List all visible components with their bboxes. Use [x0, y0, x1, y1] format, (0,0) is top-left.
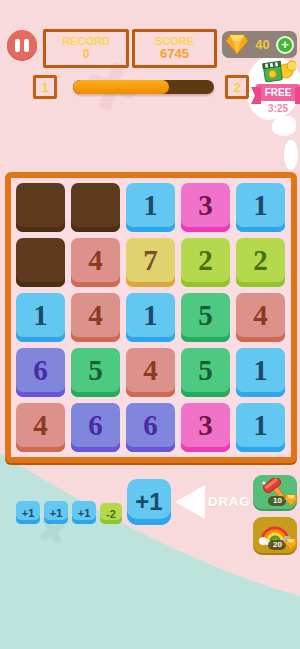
- gem-icon: [284, 538, 298, 551]
- tile-value: 1: [253, 191, 268, 220]
- level-next: 2: [225, 75, 249, 99]
- board-tile[interactable]: 4: [16, 403, 65, 452]
- board-tile[interactable]: 1: [126, 293, 175, 342]
- free-reward-badge[interactable]: FREE 3:25: [254, 58, 300, 120]
- clapperboard-coins-icon: [262, 58, 296, 84]
- board-tile[interactable]: 2: [181, 238, 230, 287]
- tile-value: 2: [198, 246, 213, 275]
- board-tile[interactable]: 4: [236, 293, 285, 342]
- tile-value: 5: [198, 301, 213, 330]
- pause-button[interactable]: [7, 30, 37, 60]
- board-tile[interactable]: 3: [181, 403, 230, 452]
- hammer-cost-badge: 10: [268, 494, 298, 507]
- board-tile[interactable]: 6: [71, 403, 120, 452]
- tile-value: 1: [253, 411, 268, 440]
- pause-icon: [24, 39, 29, 52]
- level-progress-bar: [73, 80, 214, 94]
- rainbow-booster-button[interactable]: 20: [253, 517, 297, 553]
- rainbow-cost-badge: 20: [268, 538, 298, 551]
- record-value: 0: [83, 48, 90, 61]
- gems-value: 40: [249, 37, 276, 52]
- board-tile[interactable]: 1: [236, 403, 285, 452]
- board-tile[interactable]: 2: [236, 238, 285, 287]
- tile-value: 3: [198, 411, 213, 440]
- tile-value: 3: [198, 191, 213, 220]
- tile-value: 1: [33, 301, 48, 330]
- board-tile[interactable]: 4: [71, 293, 120, 342]
- blocked-cell: [16, 183, 65, 232]
- hammer-booster-button[interactable]: 10: [253, 475, 297, 509]
- board-tile[interactable]: 4: [71, 238, 120, 287]
- gem-counter: 40 +: [222, 31, 297, 58]
- score-box: SCORE 6745: [132, 29, 217, 68]
- board-tile[interactable]: 6: [16, 348, 65, 397]
- drag-arrow-icon: [175, 485, 205, 519]
- record-box: RECORD 0: [43, 29, 129, 68]
- blocked-cell: [71, 183, 120, 232]
- tile-value: 6: [33, 356, 48, 385]
- game-screen: RECORD 0 SCORE 6745 40 + 1 2: [0, 0, 300, 649]
- free-timer: 3:25: [256, 103, 300, 114]
- board-tile[interactable]: 7: [126, 238, 175, 287]
- tile-value: 5: [198, 356, 213, 385]
- board-tile[interactable]: 1: [236, 348, 285, 397]
- tile-value: 6: [88, 411, 103, 440]
- tile-value: 1: [253, 356, 268, 385]
- board-tile[interactable]: 1: [126, 183, 175, 232]
- tile-value: 4: [253, 301, 268, 330]
- board-tile[interactable]: 5: [181, 293, 230, 342]
- queue-tile: +1: [16, 501, 40, 524]
- tile-value: 4: [143, 356, 158, 385]
- gem-icon: [225, 34, 249, 55]
- blocked-cell: [16, 238, 65, 287]
- queue-tile: +1: [44, 501, 68, 524]
- level-current: 1: [33, 75, 57, 99]
- tile-value: 4: [88, 301, 103, 330]
- tile-value: 4: [88, 246, 103, 275]
- board-tile[interactable]: 5: [181, 348, 230, 397]
- queue-tile: +1: [72, 501, 96, 524]
- current-tile[interactable]: +1: [127, 479, 171, 525]
- score-value: 6745: [160, 47, 189, 61]
- gem-icon: [284, 494, 298, 507]
- tile-value: 1: [143, 301, 158, 330]
- drag-hint-label: DRAG: [208, 494, 250, 509]
- board-grid: 1314722141546545146631: [16, 183, 286, 452]
- pause-icon: [15, 39, 20, 52]
- tile-queue: +1+1+1-2: [16, 501, 122, 524]
- level-progress-fill: [73, 80, 169, 94]
- tile-value: 1: [143, 191, 158, 220]
- queue-tile: -2: [100, 503, 122, 524]
- board-tile[interactable]: 4: [126, 348, 175, 397]
- board-tile[interactable]: 3: [181, 183, 230, 232]
- decor-splash: [284, 140, 298, 170]
- add-gems-button[interactable]: +: [276, 36, 294, 54]
- tile-value: 5: [88, 356, 103, 385]
- game-board: 1314722141546545146631: [5, 172, 297, 463]
- tile-value: 6: [143, 411, 158, 440]
- tile-value: 7: [143, 246, 158, 275]
- board-tile[interactable]: 5: [71, 348, 120, 397]
- board-tile[interactable]: 6: [126, 403, 175, 452]
- free-label: FREE: [256, 84, 300, 101]
- board-tile[interactable]: 1: [236, 183, 285, 232]
- tile-value: 2: [253, 246, 268, 275]
- tile-value: 4: [33, 411, 48, 440]
- board-tile[interactable]: 1: [16, 293, 65, 342]
